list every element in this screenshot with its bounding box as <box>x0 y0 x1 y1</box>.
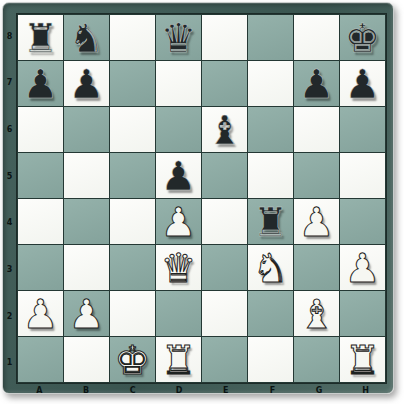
file-labels: ABCDEFGH <box>16 385 389 395</box>
piece-white-pawn: ♟ <box>69 294 105 334</box>
piece-black-pawn: ♟ <box>69 64 105 104</box>
square-g5 <box>294 153 339 198</box>
square-g2: ♝ <box>294 291 339 336</box>
square-a6 <box>18 107 63 152</box>
square-h5 <box>340 153 385 198</box>
rank-labels: 87654321 <box>3 13 16 386</box>
piece-black-rook: ♜ <box>253 202 289 242</box>
chess-board: ♜♞♛♚♟♟♟♟♝♟♟♜♟♛♞♟♟♟♝♚♜♜ <box>16 13 387 384</box>
square-b3 <box>64 245 109 290</box>
square-b8: ♞ <box>64 15 109 60</box>
square-e8 <box>202 15 247 60</box>
piece-black-rook: ♜ <box>23 18 59 58</box>
square-g8 <box>294 15 339 60</box>
square-d3: ♛ <box>156 245 201 290</box>
piece-black-pawn: ♟ <box>299 64 335 104</box>
square-f1 <box>248 337 293 382</box>
square-c8 <box>110 15 155 60</box>
piece-white-knight: ♞ <box>253 248 289 288</box>
rank-label-1: 1 <box>7 358 13 367</box>
square-a8: ♜ <box>18 15 63 60</box>
piece-white-pawn: ♟ <box>23 294 59 334</box>
square-d1: ♜ <box>156 337 201 382</box>
file-label-g: G <box>316 386 323 395</box>
square-e2 <box>202 291 247 336</box>
square-h2 <box>340 291 385 336</box>
square-a5 <box>18 153 63 198</box>
square-b2: ♟ <box>64 291 109 336</box>
square-h1: ♜ <box>340 337 385 382</box>
piece-white-rook: ♜ <box>345 340 381 380</box>
square-c2 <box>110 291 155 336</box>
square-f7 <box>248 61 293 106</box>
square-h7: ♟ <box>340 61 385 106</box>
square-b4 <box>64 199 109 244</box>
rank-label-5: 5 <box>7 172 13 181</box>
square-f2 <box>248 291 293 336</box>
square-a1 <box>18 337 63 382</box>
piece-black-king: ♚ <box>345 18 381 58</box>
square-b7: ♟ <box>64 61 109 106</box>
square-e5 <box>202 153 247 198</box>
file-label-f: F <box>270 386 275 395</box>
square-c6 <box>110 107 155 152</box>
piece-white-pawn: ♟ <box>345 248 381 288</box>
file-label-a: A <box>36 386 42 395</box>
square-b5 <box>64 153 109 198</box>
square-h8: ♚ <box>340 15 385 60</box>
square-b1 <box>64 337 109 382</box>
square-a7: ♟ <box>18 61 63 106</box>
piece-black-bishop: ♝ <box>207 110 243 150</box>
square-c3 <box>110 245 155 290</box>
square-f6 <box>248 107 293 152</box>
file-label-e: E <box>223 386 228 395</box>
square-f5 <box>248 153 293 198</box>
square-g6 <box>294 107 339 152</box>
piece-black-pawn: ♟ <box>345 64 381 104</box>
file-label-c: C <box>130 386 136 395</box>
square-c1: ♚ <box>110 337 155 382</box>
square-c7 <box>110 61 155 106</box>
square-c5 <box>110 153 155 198</box>
square-e1 <box>202 337 247 382</box>
rank-label-8: 8 <box>7 32 13 41</box>
piece-white-pawn: ♟ <box>299 202 335 242</box>
piece-white-pawn: ♟ <box>161 202 197 242</box>
piece-black-pawn: ♟ <box>161 156 197 196</box>
square-d7 <box>156 61 201 106</box>
square-a2: ♟ <box>18 291 63 336</box>
piece-white-king: ♚ <box>115 340 151 380</box>
square-d2 <box>156 291 201 336</box>
chess-board-card: 87654321 ♜♞♛♚♟♟♟♟♝♟♟♜♟♛♞♟♟♟♝♚♜♜ ABCDEFGH <box>2 2 394 394</box>
piece-black-queen: ♛ <box>161 18 197 58</box>
square-g1 <box>294 337 339 382</box>
rank-label-4: 4 <box>7 218 13 227</box>
square-e4 <box>202 199 247 244</box>
square-e3 <box>202 245 247 290</box>
square-h4 <box>340 199 385 244</box>
square-c4 <box>110 199 155 244</box>
square-d6 <box>156 107 201 152</box>
square-f8 <box>248 15 293 60</box>
rank-label-7: 7 <box>7 78 13 87</box>
square-d5: ♟ <box>156 153 201 198</box>
square-b6 <box>64 107 109 152</box>
square-e6: ♝ <box>202 107 247 152</box>
piece-black-knight: ♞ <box>69 18 105 58</box>
file-label-d: D <box>176 386 183 395</box>
square-e7 <box>202 61 247 106</box>
square-h3: ♟ <box>340 245 385 290</box>
file-label-b: B <box>83 386 89 395</box>
square-d4: ♟ <box>156 199 201 244</box>
rank-label-3: 3 <box>7 265 13 274</box>
piece-white-rook: ♜ <box>161 340 197 380</box>
square-g4: ♟ <box>294 199 339 244</box>
rank-label-6: 6 <box>7 125 13 134</box>
square-d8: ♛ <box>156 15 201 60</box>
square-f3: ♞ <box>248 245 293 290</box>
square-a3 <box>18 245 63 290</box>
file-label-h: H <box>362 386 369 395</box>
square-a4 <box>18 199 63 244</box>
square-g3 <box>294 245 339 290</box>
piece-black-pawn: ♟ <box>23 64 59 104</box>
square-h6 <box>340 107 385 152</box>
piece-white-bishop: ♝ <box>299 294 335 334</box>
square-g7: ♟ <box>294 61 339 106</box>
piece-white-queen: ♛ <box>161 248 197 288</box>
square-f4: ♜ <box>248 199 293 244</box>
rank-label-2: 2 <box>7 312 13 321</box>
